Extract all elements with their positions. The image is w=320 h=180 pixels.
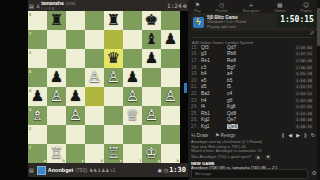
square-c7[interactable] [66, 30, 85, 49]
file-label: h [177, 158, 179, 163]
square-d4[interactable] [85, 87, 104, 106]
square-c6[interactable] [66, 49, 85, 68]
square-e7[interactable] [104, 30, 123, 49]
top-player-clock: 1:24 [167, 2, 181, 9]
white-move[interactable]: Qf3 [201, 45, 227, 50]
square-f3[interactable]: ♕ [123, 106, 142, 125]
white-pawn[interactable]: ♙ [47, 87, 66, 106]
sportsmanship-row: Was Anonbget (750) a good sport?▲▼ [191, 155, 315, 160]
white-pawn[interactable]: ♙ [142, 106, 161, 125]
game-subtitle: Standard • 5+0 • Rated [207, 20, 246, 25]
white-pawn[interactable]: ♙ [104, 68, 123, 87]
square-a4[interactable]: 4♟ [28, 87, 47, 106]
square-e6[interactable]: ♛ [104, 49, 123, 68]
square-f5[interactable]: ♟ [123, 68, 142, 87]
black-bishop[interactable]: ♝ [142, 30, 161, 49]
resign-button[interactable]: ⚑ Resign [215, 132, 235, 138]
game-status: Playing right now [207, 25, 246, 30]
move-number: 19. [191, 71, 201, 76]
black-move[interactable]: Qe6 [227, 124, 238, 129]
square-e4[interactable] [104, 87, 123, 106]
rank-label: 5 [29, 69, 31, 74]
square-a7[interactable]: 7 [28, 30, 47, 49]
square-d7[interactable] [85, 30, 104, 49]
square-b2[interactable] [47, 125, 66, 144]
white-pawn[interactable]: ♙ [123, 87, 142, 106]
black-pawn[interactable]: ♟ [66, 87, 85, 106]
draw-button[interactable]: ½ Draw [191, 132, 208, 138]
square-d1[interactable]: d [85, 144, 104, 163]
white-king[interactable]: ♔ [142, 144, 161, 163]
thumbs-down-icon[interactable]: ▼ [265, 155, 271, 160]
share-icon[interactable]: ⇗ [309, 29, 314, 36]
square-b7[interactable] [47, 30, 66, 49]
white-bishop[interactable]: ♗ [28, 106, 47, 125]
nav-next-icon[interactable]: ▶ [296, 132, 300, 138]
square-g5[interactable] [142, 68, 161, 87]
white-pawn[interactable]: ♙ [85, 68, 104, 87]
square-g6[interactable]: ♟ [142, 49, 161, 68]
black-move[interactable]: Qe7 [227, 117, 253, 122]
move-row: 18.c3Bg71:56:02 [191, 64, 313, 71]
active-clock: 1:50:15 [277, 13, 317, 27]
square-e1[interactable]: e♖ [104, 144, 123, 163]
square-g2[interactable] [142, 125, 161, 144]
move-row: 26.Kg2Qe71:50:48 [191, 117, 313, 124]
move-number: 21. [191, 84, 201, 89]
board-resize-handle[interactable] [184, 83, 187, 93]
bottom-captured-tray: ♞♞♝♟♟ [89, 167, 109, 173]
square-d3[interactable] [85, 106, 104, 125]
square-d8[interactable] [85, 11, 104, 30]
eye-icon: ◉ [157, 167, 161, 173]
square-a3[interactable]: 3♗ [28, 106, 47, 125]
square-c5[interactable] [66, 68, 85, 87]
move-row: 27.Kg1Qe61:50:15 [191, 123, 313, 130]
square-b4[interactable]: ♙ [47, 87, 66, 106]
square-a6[interactable]: 6 [28, 49, 47, 68]
black-move[interactable]: Rb8 [227, 51, 253, 56]
nav-cycle-icon[interactable]: ↻ [311, 132, 315, 138]
top-captured-tray: ♘♘♗♙ [41, 6, 75, 11]
move-clock: 1:53:57 [295, 84, 313, 89]
move-clock: 1:52:30 [295, 98, 313, 103]
white-pawn[interactable]: ♙ [66, 106, 85, 125]
square-h1[interactable]: h [161, 144, 180, 163]
menu-icon[interactable]: ▤ [29, 3, 34, 9]
game-actions: ½ Draw ⚑ Resign ⟪◀▶⟫↻ [191, 132, 315, 138]
tab-games[interactable]: ▦Games [274, 2, 285, 13]
avatar[interactable] [37, 166, 46, 175]
move-row: 20.e5b51:54:40 [191, 77, 313, 84]
square-h8[interactable] [161, 11, 180, 30]
white-pawn[interactable]: ♙ [161, 87, 180, 106]
square-f2[interactable] [123, 125, 142, 144]
move-list[interactable]: 15.Qf3Qd71:58:0416.g3Rb81:57:3117.Re1Re8… [191, 44, 313, 130]
move-row: 21.d5f51:53:57 [191, 84, 313, 91]
square-f4[interactable]: ♙ [123, 87, 142, 106]
rank-label: 1 [29, 145, 31, 150]
square-a1[interactable]: 1a [28, 144, 47, 163]
move-row: 17.Re1Re81:56:48 [191, 57, 313, 64]
rank-label: 7 [29, 31, 31, 36]
nav-last-icon[interactable]: ⟫ [304, 132, 307, 138]
material-advantage: +1 [110, 168, 115, 173]
move-row: 15.Qf3Qd71:58:04 [191, 44, 313, 51]
black-move[interactable]: Qd8 [227, 111, 253, 116]
half-icon: ½ [191, 132, 196, 138]
move-clock: 1:51:20 [295, 111, 313, 116]
tv-icon[interactable]: ▤ [29, 167, 34, 173]
nav-prev-icon[interactable]: ◀ [288, 132, 292, 138]
white-move[interactable]: Re1 [201, 58, 227, 63]
black-queen[interactable]: ♛ [104, 49, 123, 68]
square-c3[interactable]: ♙ [66, 106, 85, 125]
move-row: 25.Rb1Qd81:51:20 [191, 110, 313, 117]
move-number: 23. [191, 98, 201, 103]
white-move[interactable]: Kg2 [201, 117, 227, 122]
bottom-player-bar: ▤ Anonbget (750) ♞♞♝♟♟ +1 ◉ ◷ 1:30 [28, 163, 188, 177]
side-panel: ⚑Play◷Puzzles+New game▦Games☺Players ϟ 5… [188, 0, 320, 180]
square-h7[interactable]: ♟ [161, 30, 180, 49]
white-move[interactable]: f4 [201, 104, 227, 109]
scrollbar[interactable] [317, 0, 320, 180]
white-move[interactable]: Ba3 [201, 91, 227, 96]
square-e3[interactable] [104, 106, 123, 125]
square-f6[interactable] [123, 49, 142, 68]
square-b5[interactable]: ♟ [47, 68, 66, 87]
white-move[interactable]: Rb1 [201, 111, 227, 116]
square-a5[interactable]: 5 [28, 68, 47, 87]
white-move[interactable]: g3 [201, 51, 227, 56]
square-a2[interactable]: 2 [28, 125, 47, 144]
bottom-player-rating: (750) [75, 167, 87, 173]
tab-icon: ⚑ [195, 2, 200, 8]
black-king[interactable]: ♚ [142, 11, 161, 30]
square-e8[interactable]: ♜ [104, 11, 123, 30]
square-h5[interactable] [161, 68, 180, 87]
square-g3[interactable]: ♙ [142, 106, 161, 125]
move-clock: 1:56:48 [295, 58, 313, 63]
top-player-bar: ▤ ♙ tamanaha (745) ♘♘♗♙ 1:24 ⚙ [28, 0, 188, 11]
square-d6[interactable] [85, 49, 104, 68]
move-number: 18. [191, 65, 201, 70]
black-move[interactable]: Kg8 [227, 104, 253, 109]
move-clock: 1:51:55 [295, 104, 313, 109]
square-g8[interactable]: ♚ [142, 11, 161, 30]
move-number: 22. [191, 91, 201, 96]
rank-label: 2 [29, 126, 31, 131]
white-move[interactable]: h4 [201, 98, 227, 103]
move-number: 26. [191, 117, 201, 122]
move-clock: 1:55:19 [295, 71, 313, 76]
move-number: 15. [191, 45, 201, 50]
square-c2[interactable] [66, 125, 85, 144]
tab-players[interactable]: ☺Players [300, 2, 312, 13]
thumbs-up-icon[interactable]: ▲ [255, 155, 261, 160]
black-pawn[interactable]: ♟ [123, 68, 142, 87]
black-move[interactable]: c4 [227, 91, 253, 96]
move-number: 25. [191, 111, 201, 116]
move-clock: 1:57:31 [295, 51, 313, 56]
square-c1[interactable]: c [66, 144, 85, 163]
white-move[interactable]: d5 [201, 84, 227, 89]
black-pawn[interactable]: ♟ [142, 49, 161, 68]
chess-board[interactable]: 8♜♜♚7♝♟6♛♟5♟♙♙♟4♟♙♟♙♙3♗♙♕♙21ab♖cde♖fg♔h [28, 11, 180, 163]
panel-tab-bar: ⚑Play◷Puzzles+New game▦Games☺Players [188, 0, 320, 14]
tab-puzzles[interactable]: ◷Puzzles [216, 2, 228, 13]
square-c8[interactable] [66, 11, 85, 30]
bottom-player-clock: 1:30 [169, 166, 186, 174]
bottom-player-name[interactable]: Anonbget [48, 167, 74, 173]
move-clock: 1:58:04 [295, 45, 313, 50]
square-g4[interactable] [142, 87, 161, 106]
white-rook[interactable]: ♖ [47, 144, 66, 163]
square-d2[interactable] [85, 125, 104, 144]
square-h2[interactable] [161, 125, 180, 144]
black-move[interactable]: b5 [227, 78, 253, 83]
move-nav: ⟪◀▶⟫↻ [282, 132, 315, 138]
nav-first-icon[interactable]: ⟪ [282, 132, 285, 138]
square-f8[interactable] [123, 11, 142, 30]
tab-icon: + [249, 2, 254, 8]
square-b8[interactable]: ♜ [47, 11, 66, 30]
black-move[interactable]: g6 [227, 98, 253, 103]
white-rook[interactable]: ♖ [104, 144, 123, 163]
clock-icon: ◷ [164, 167, 168, 173]
square-e2[interactable] [104, 125, 123, 144]
pawn-icon: ♙ [36, 3, 40, 9]
file-label: f [140, 158, 141, 163]
tab-new-game[interactable]: +New game [243, 2, 260, 13]
tab-icon: ▦ [277, 2, 283, 8]
move-clock: 1:54:40 [295, 78, 313, 83]
move-number: 24. [191, 104, 201, 109]
app-window: ▤ ♙ tamanaha (745) ♘♘♗♙ 1:24 ⚙ 8♜♜♚7♝♟6♛… [0, 0, 320, 180]
square-b1[interactable]: b♖ [47, 144, 66, 163]
move-number: 20. [191, 78, 201, 83]
tab-icon: ◷ [219, 2, 224, 8]
black-pawn[interactable]: ♟ [47, 68, 66, 87]
black-pawn[interactable]: ♟ [161, 30, 180, 49]
black-move[interactable]: f5 [227, 84, 253, 89]
black-rook[interactable]: ♜ [47, 11, 66, 30]
move-row: 19.b4a41:55:19 [191, 70, 313, 77]
tab-icon: ☺ [303, 2, 309, 8]
square-c4[interactable]: ♟ [66, 87, 85, 106]
chat-input[interactable]: Message [191, 169, 308, 179]
square-d5[interactable]: ♙ [85, 68, 104, 87]
black-move[interactable]: Qd7 [227, 45, 253, 50]
rank-label: 6 [29, 50, 31, 55]
square-a8[interactable]: 8 [28, 11, 47, 30]
black-rook[interactable]: ♜ [104, 11, 123, 30]
move-row: 24.f4Kg81:51:55 [191, 103, 313, 110]
square-b6[interactable] [47, 49, 66, 68]
move-clock: 1:50:48 [295, 117, 313, 122]
black-move[interactable]: a4 [227, 71, 253, 76]
move-row: 16.g3Rb81:57:31 [191, 51, 313, 58]
square-h6[interactable] [161, 49, 180, 68]
white-move[interactable]: Kg1 [201, 124, 227, 129]
move-row: 22.Ba3c41:53:12 [191, 90, 313, 97]
white-move[interactable]: c3 [201, 65, 227, 70]
square-h4[interactable]: ♙ [161, 87, 180, 106]
move-clock: 1:53:12 [295, 91, 313, 96]
square-h3[interactable] [161, 106, 180, 125]
white-queen[interactable]: ♕ [123, 106, 142, 125]
square-b3[interactable] [47, 106, 66, 125]
square-g7[interactable]: ♝ [142, 30, 161, 49]
white-move[interactable]: b4 [201, 71, 227, 76]
square-e5[interactable]: ♙ [104, 68, 123, 87]
file-label: a [44, 158, 46, 163]
file-label: c [82, 158, 84, 163]
move-number: 17. [191, 58, 201, 63]
square-g1[interactable]: g♔ [142, 144, 161, 163]
blitz-lightning-icon: ϟ [193, 17, 204, 28]
tab-play[interactable]: ⚑Play [194, 2, 201, 13]
black-pawn[interactable]: ♟ [28, 87, 47, 106]
black-move[interactable]: Re8 [227, 58, 253, 63]
white-move[interactable]: e5 [201, 78, 227, 83]
gear-icon[interactable]: ⚙ [183, 3, 187, 9]
flag-icon: ⚑ [215, 132, 219, 138]
move-number: 27. [191, 124, 201, 129]
black-move[interactable]: Bg7 [227, 65, 253, 70]
move-clock: 1:50:15 [295, 124, 313, 129]
rank-label: 8 [29, 12, 31, 17]
move-clock: 1:56:02 [295, 65, 313, 70]
move-row: 23.h4g61:52:30 [191, 97, 313, 104]
move-number: 16. [191, 51, 201, 56]
file-label: d [101, 158, 103, 163]
square-f1[interactable]: f [123, 144, 142, 163]
square-f7[interactable] [123, 30, 142, 49]
